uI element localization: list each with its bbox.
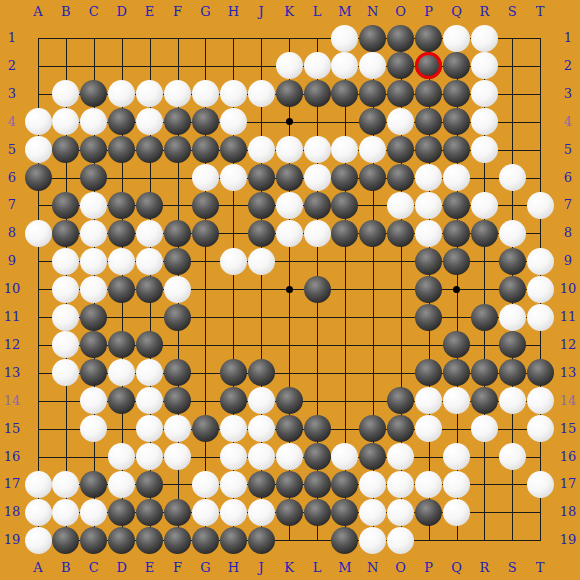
white-stone-P14 [415, 387, 442, 414]
white-stone-C10 [80, 276, 107, 303]
white-stone-O16 [387, 443, 414, 470]
row-label-right: 3 [556, 86, 580, 102]
column-label-top: J [249, 4, 273, 20]
black-stone-L3 [304, 80, 331, 107]
column-label-top: P [417, 4, 441, 20]
white-stone-M1 [331, 25, 358, 52]
black-stone-C5 [80, 136, 107, 163]
black-stone-C19 [80, 527, 107, 554]
white-stone-L6 [304, 164, 331, 191]
black-stone-F13 [164, 359, 191, 386]
black-stone-O5 [387, 136, 414, 163]
column-label-bottom: T [528, 560, 552, 576]
black-stone-D12 [108, 331, 135, 358]
white-stone-A18 [25, 499, 52, 526]
row-label-right: 16 [556, 449, 580, 465]
row-label-left: 4 [0, 114, 24, 130]
white-stone-E16 [136, 443, 163, 470]
white-stone-J15 [248, 415, 275, 442]
white-stone-R5 [471, 136, 498, 163]
row-label-right: 13 [556, 365, 580, 381]
black-stone-M8 [331, 220, 358, 247]
black-stone-R14 [471, 387, 498, 414]
white-stone-H9 [220, 248, 247, 275]
white-stone-L5 [304, 136, 331, 163]
white-stone-H3 [220, 80, 247, 107]
white-stone-R7 [471, 192, 498, 219]
row-label-right: 1 [556, 30, 580, 46]
column-label-top: O [389, 4, 413, 20]
black-stone-E5 [136, 136, 163, 163]
black-stone-F4 [164, 108, 191, 135]
black-stone-G4 [192, 108, 219, 135]
white-stone-B18 [52, 499, 79, 526]
white-stone-B3 [52, 80, 79, 107]
black-stone-N6 [359, 164, 386, 191]
black-stone-J8 [248, 220, 275, 247]
black-stone-E18 [136, 499, 163, 526]
black-stone-G19 [192, 527, 219, 554]
white-stone-T17 [527, 471, 554, 498]
column-label-top: G [193, 4, 217, 20]
row-label-right: 12 [556, 337, 580, 353]
white-stone-H15 [220, 415, 247, 442]
white-stone-C4 [80, 108, 107, 135]
white-stone-B12 [52, 331, 79, 358]
column-label-top: M [333, 4, 357, 20]
white-stone-M16 [331, 443, 358, 470]
row-label-right: 8 [556, 225, 580, 241]
black-stone-Q2 [443, 52, 470, 79]
white-stone-H16 [220, 443, 247, 470]
black-stone-S10 [499, 276, 526, 303]
black-stone-M6 [331, 164, 358, 191]
column-label-bottom: Q [445, 560, 469, 576]
white-stone-Q14 [443, 387, 470, 414]
white-stone-N18 [359, 499, 386, 526]
row-label-right: 2 [556, 58, 580, 74]
go-board: AABBCCDDEEFFGGHHJJKKLLMMNNOOPPQQRRSSTT11… [0, 0, 580, 580]
black-stone-Q9 [443, 248, 470, 275]
column-label-top: K [277, 4, 301, 20]
black-stone-E19 [136, 527, 163, 554]
black-stone-Q4 [443, 108, 470, 135]
black-stone-N15 [359, 415, 386, 442]
row-label-right: 15 [556, 421, 580, 437]
column-label-bottom: D [110, 560, 134, 576]
column-label-top: R [472, 4, 496, 20]
black-stone-B7 [52, 192, 79, 219]
white-stone-S14 [499, 387, 526, 414]
white-stone-Q16 [443, 443, 470, 470]
white-stone-H4 [220, 108, 247, 135]
black-stone-K14 [276, 387, 303, 414]
column-label-bottom: M [333, 560, 357, 576]
black-stone-C6 [80, 164, 107, 191]
white-stone-Q17 [443, 471, 470, 498]
white-stone-E3 [136, 80, 163, 107]
white-stone-B9 [52, 248, 79, 275]
black-stone-O3 [387, 80, 414, 107]
row-label-left: 3 [0, 86, 24, 102]
row-label-right: 9 [556, 253, 580, 269]
black-stone-F5 [164, 136, 191, 163]
white-stone-J3 [248, 80, 275, 107]
row-label-left: 16 [0, 449, 24, 465]
white-stone-B11 [52, 304, 79, 331]
white-stone-D9 [108, 248, 135, 275]
row-label-right: 7 [556, 197, 580, 213]
column-label-bottom: B [54, 560, 78, 576]
black-stone-R11 [471, 304, 498, 331]
black-stone-N16 [359, 443, 386, 470]
white-stone-C15 [80, 415, 107, 442]
white-stone-T10 [527, 276, 554, 303]
black-stone-M18 [331, 499, 358, 526]
black-stone-E10 [136, 276, 163, 303]
black-stone-H5 [220, 136, 247, 163]
white-stone-J16 [248, 443, 275, 470]
white-stone-T11 [527, 304, 554, 331]
black-stone-Q13 [443, 359, 470, 386]
row-label-right: 14 [556, 393, 580, 409]
black-stone-J19 [248, 527, 275, 554]
white-stone-N5 [359, 136, 386, 163]
column-label-bottom: N [361, 560, 385, 576]
white-stone-J18 [248, 499, 275, 526]
white-stone-J14 [248, 387, 275, 414]
column-label-bottom: J [249, 560, 273, 576]
column-label-top: D [110, 4, 134, 20]
black-stone-G15 [192, 415, 219, 442]
black-stone-A6 [25, 164, 52, 191]
black-stone-O6 [387, 164, 414, 191]
white-stone-B13 [52, 359, 79, 386]
white-stone-Q6 [443, 164, 470, 191]
column-label-top: T [528, 4, 552, 20]
black-stone-L17 [304, 471, 331, 498]
column-label-top: Q [445, 4, 469, 20]
column-label-bottom: O [389, 560, 413, 576]
black-stone-D7 [108, 192, 135, 219]
black-stone-L10 [304, 276, 331, 303]
row-label-left: 5 [0, 142, 24, 158]
white-stone-E13 [136, 359, 163, 386]
black-stone-N4 [359, 108, 386, 135]
black-stone-G8 [192, 220, 219, 247]
column-label-top: B [54, 4, 78, 20]
black-stone-H19 [220, 527, 247, 554]
row-label-left: 11 [0, 309, 24, 325]
row-label-left: 9 [0, 253, 24, 269]
row-label-left: 8 [0, 225, 24, 241]
black-stone-N3 [359, 80, 386, 107]
black-stone-J7 [248, 192, 275, 219]
black-stone-P18 [415, 499, 442, 526]
white-stone-J9 [248, 248, 275, 275]
white-stone-G17 [192, 471, 219, 498]
white-stone-E15 [136, 415, 163, 442]
black-stone-L16 [304, 443, 331, 470]
white-stone-R1 [471, 25, 498, 52]
white-stone-P6 [415, 164, 442, 191]
black-stone-L15 [304, 415, 331, 442]
black-stone-P5 [415, 136, 442, 163]
white-stone-E9 [136, 248, 163, 275]
white-stone-E8 [136, 220, 163, 247]
black-stone-L7 [304, 192, 331, 219]
white-stone-D16 [108, 443, 135, 470]
black-stone-F9 [164, 248, 191, 275]
white-stone-K16 [276, 443, 303, 470]
black-stone-K17 [276, 471, 303, 498]
column-label-top: S [500, 4, 524, 20]
black-stone-F14 [164, 387, 191, 414]
white-stone-T15 [527, 415, 554, 442]
black-stone-E7 [136, 192, 163, 219]
last-move-marker-P2 [415, 52, 442, 79]
white-stone-C18 [80, 499, 107, 526]
column-label-top: L [305, 4, 329, 20]
white-stone-S16 [499, 443, 526, 470]
black-stone-D14 [108, 387, 135, 414]
row-label-left: 18 [0, 504, 24, 520]
row-label-left: 6 [0, 170, 24, 186]
black-stone-G5 [192, 136, 219, 163]
white-stone-S11 [499, 304, 526, 331]
black-stone-F8 [164, 220, 191, 247]
white-stone-F15 [164, 415, 191, 442]
black-stone-K6 [276, 164, 303, 191]
white-stone-G6 [192, 164, 219, 191]
white-stone-O17 [387, 471, 414, 498]
black-stone-H13 [220, 359, 247, 386]
white-stone-B4 [52, 108, 79, 135]
column-label-bottom: F [166, 560, 190, 576]
row-label-right: 4 [556, 114, 580, 130]
row-label-left: 15 [0, 421, 24, 437]
black-stone-R8 [471, 220, 498, 247]
black-stone-S9 [499, 248, 526, 275]
column-label-bottom: E [138, 560, 162, 576]
black-stone-M17 [331, 471, 358, 498]
black-stone-C11 [80, 304, 107, 331]
black-stone-S12 [499, 331, 526, 358]
column-label-bottom: C [82, 560, 106, 576]
row-label-right: 19 [556, 532, 580, 548]
column-label-bottom: H [221, 560, 245, 576]
white-stone-H17 [220, 471, 247, 498]
white-stone-A4 [25, 108, 52, 135]
black-stone-F11 [164, 304, 191, 331]
black-stone-N1 [359, 25, 386, 52]
white-stone-D17 [108, 471, 135, 498]
black-stone-D5 [108, 136, 135, 163]
white-stone-M5 [331, 136, 358, 163]
column-label-bottom: K [277, 560, 301, 576]
white-stone-N2 [359, 52, 386, 79]
black-stone-P3 [415, 80, 442, 107]
black-stone-Q8 [443, 220, 470, 247]
black-stone-B19 [52, 527, 79, 554]
white-stone-B10 [52, 276, 79, 303]
white-stone-F10 [164, 276, 191, 303]
white-stone-Q1 [443, 25, 470, 52]
white-stone-K8 [276, 220, 303, 247]
white-stone-T14 [527, 387, 554, 414]
black-stone-Q7 [443, 192, 470, 219]
column-label-top: H [221, 4, 245, 20]
black-stone-D8 [108, 220, 135, 247]
black-stone-B5 [52, 136, 79, 163]
black-stone-D10 [108, 276, 135, 303]
white-stone-R4 [471, 108, 498, 135]
black-stone-J17 [248, 471, 275, 498]
row-label-right: 6 [556, 170, 580, 186]
black-stone-P9 [415, 248, 442, 275]
black-stone-P10 [415, 276, 442, 303]
row-label-left: 2 [0, 58, 24, 74]
column-label-bottom: A [26, 560, 50, 576]
black-stone-D18 [108, 499, 135, 526]
black-stone-O15 [387, 415, 414, 442]
black-stone-C17 [80, 471, 107, 498]
white-stone-L2 [304, 52, 331, 79]
white-stone-C8 [80, 220, 107, 247]
black-stone-C3 [80, 80, 107, 107]
black-stone-M19 [331, 527, 358, 554]
row-label-right: 18 [556, 504, 580, 520]
column-label-top: F [166, 4, 190, 20]
white-stone-G3 [192, 80, 219, 107]
white-stone-D13 [108, 359, 135, 386]
white-stone-C7 [80, 192, 107, 219]
white-stone-R15 [471, 415, 498, 442]
black-stone-P1 [415, 25, 442, 52]
white-stone-L8 [304, 220, 331, 247]
star-point [453, 286, 460, 293]
column-label-bottom: G [193, 560, 217, 576]
white-stone-T7 [527, 192, 554, 219]
black-stone-N8 [359, 220, 386, 247]
black-stone-R13 [471, 359, 498, 386]
white-stone-H6 [220, 164, 247, 191]
row-label-right: 17 [556, 476, 580, 492]
white-stone-P15 [415, 415, 442, 442]
white-stone-K5 [276, 136, 303, 163]
black-stone-J6 [248, 164, 275, 191]
row-label-left: 14 [0, 393, 24, 409]
white-stone-O4 [387, 108, 414, 135]
white-stone-F16 [164, 443, 191, 470]
row-label-right: 10 [556, 281, 580, 297]
white-stone-T9 [527, 248, 554, 275]
white-stone-O7 [387, 192, 414, 219]
white-stone-H18 [220, 499, 247, 526]
column-label-bottom: R [472, 560, 496, 576]
black-stone-Q3 [443, 80, 470, 107]
black-stone-Q12 [443, 331, 470, 358]
black-stone-E12 [136, 331, 163, 358]
column-label-top: C [82, 4, 106, 20]
white-stone-C14 [80, 387, 107, 414]
black-stone-P13 [415, 359, 442, 386]
white-stone-R2 [471, 52, 498, 79]
row-label-left: 12 [0, 337, 24, 353]
black-stone-K15 [276, 415, 303, 442]
white-stone-M2 [331, 52, 358, 79]
star-point [286, 118, 293, 125]
white-stone-R3 [471, 80, 498, 107]
black-stone-K3 [276, 80, 303, 107]
white-stone-S6 [499, 164, 526, 191]
white-stone-K2 [276, 52, 303, 79]
white-stone-P7 [415, 192, 442, 219]
black-stone-C13 [80, 359, 107, 386]
white-stone-A5 [25, 136, 52, 163]
black-stone-T13 [527, 359, 554, 386]
black-stone-F19 [164, 527, 191, 554]
white-stone-K7 [276, 192, 303, 219]
white-stone-N17 [359, 471, 386, 498]
black-stone-M3 [331, 80, 358, 107]
row-label-left: 10 [0, 281, 24, 297]
column-label-bottom: L [305, 560, 329, 576]
black-stone-C12 [80, 331, 107, 358]
row-label-left: 17 [0, 476, 24, 492]
white-stone-C9 [80, 248, 107, 275]
black-stone-F18 [164, 499, 191, 526]
column-label-top: N [361, 4, 385, 20]
column-label-top: E [138, 4, 162, 20]
white-stone-E4 [136, 108, 163, 135]
black-stone-O8 [387, 220, 414, 247]
white-stone-N19 [359, 527, 386, 554]
black-stone-P4 [415, 108, 442, 135]
row-label-left: 7 [0, 197, 24, 213]
white-stone-E14 [136, 387, 163, 414]
row-label-left: 1 [0, 30, 24, 46]
white-stone-D3 [108, 80, 135, 107]
black-stone-L18 [304, 499, 331, 526]
black-stone-K18 [276, 499, 303, 526]
row-label-right: 11 [556, 309, 580, 325]
black-stone-O14 [387, 387, 414, 414]
black-stone-B8 [52, 220, 79, 247]
black-stone-G7 [192, 192, 219, 219]
column-label-bottom: S [500, 560, 524, 576]
white-stone-O18 [387, 499, 414, 526]
white-stone-O19 [387, 527, 414, 554]
star-point [286, 286, 293, 293]
white-stone-B17 [52, 471, 79, 498]
column-label-bottom: P [417, 560, 441, 576]
white-stone-P17 [415, 471, 442, 498]
black-stone-J13 [248, 359, 275, 386]
row-label-left: 13 [0, 365, 24, 381]
white-stone-F3 [164, 80, 191, 107]
white-stone-Q18 [443, 499, 470, 526]
white-stone-J5 [248, 136, 275, 163]
black-stone-D19 [108, 527, 135, 554]
white-stone-G18 [192, 499, 219, 526]
white-stone-A19 [25, 527, 52, 554]
white-stone-A8 [25, 220, 52, 247]
white-stone-A17 [25, 471, 52, 498]
black-stone-O2 [387, 52, 414, 79]
column-label-top: A [26, 4, 50, 20]
black-stone-M7 [331, 192, 358, 219]
